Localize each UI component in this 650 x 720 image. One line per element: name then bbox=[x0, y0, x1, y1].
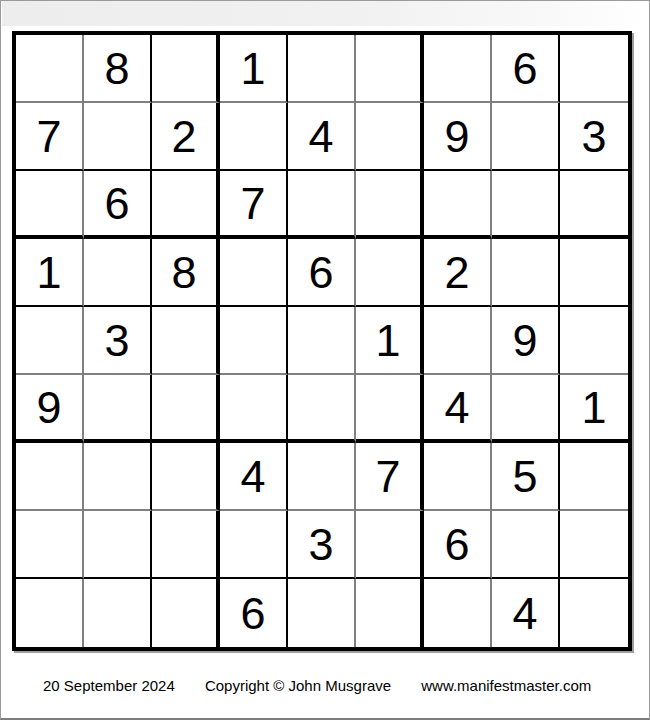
sudoku-board: 816724936718623199414753664 bbox=[12, 31, 632, 651]
cell-r3c5 bbox=[288, 171, 356, 239]
cell-r3c9 bbox=[560, 171, 628, 239]
cell-r9c1 bbox=[16, 579, 84, 647]
cell-r2c4 bbox=[220, 103, 288, 171]
cell-r3c7 bbox=[424, 171, 492, 239]
cell-r9c5 bbox=[288, 579, 356, 647]
cell-r4c6 bbox=[356, 239, 424, 307]
cell-r5c3 bbox=[152, 307, 220, 375]
cell-r8c9 bbox=[560, 511, 628, 579]
cell-r5c1 bbox=[16, 307, 84, 375]
cell-r4c1: 1 bbox=[16, 239, 84, 307]
cell-r3c3 bbox=[152, 171, 220, 239]
cell-r8c2 bbox=[84, 511, 152, 579]
cell-r3c1 bbox=[16, 171, 84, 239]
cell-r9c2 bbox=[84, 579, 152, 647]
cell-r4c9 bbox=[560, 239, 628, 307]
cell-r4c3: 8 bbox=[152, 239, 220, 307]
cell-r9c8: 4 bbox=[492, 579, 560, 647]
cell-r3c4: 7 bbox=[220, 171, 288, 239]
footer-copyright: Copyright © John Musgrave bbox=[205, 677, 391, 694]
footer-website: www.manifestmaster.com bbox=[421, 677, 591, 694]
top-strip bbox=[2, 1, 648, 26]
cell-r7c6: 7 bbox=[356, 443, 424, 511]
cell-r2c9: 3 bbox=[560, 103, 628, 171]
cell-r1c2: 8 bbox=[84, 35, 152, 103]
cell-r6c4 bbox=[220, 375, 288, 443]
cell-r8c5: 3 bbox=[288, 511, 356, 579]
cell-r9c6 bbox=[356, 579, 424, 647]
puzzle-page: 816724936718623199414753664 20 September… bbox=[0, 0, 650, 720]
footer: 20 September 2024 Copyright © John Musgr… bbox=[43, 677, 591, 694]
cell-r9c4: 6 bbox=[220, 579, 288, 647]
cell-r5c9 bbox=[560, 307, 628, 375]
cell-r6c9: 1 bbox=[560, 375, 628, 443]
cell-r5c6: 1 bbox=[356, 307, 424, 375]
cell-r5c8: 9 bbox=[492, 307, 560, 375]
cell-r8c6 bbox=[356, 511, 424, 579]
cell-r9c7 bbox=[424, 579, 492, 647]
cell-r2c2 bbox=[84, 103, 152, 171]
cell-r5c5 bbox=[288, 307, 356, 375]
cell-r4c2 bbox=[84, 239, 152, 307]
cell-r7c7 bbox=[424, 443, 492, 511]
cell-r7c8: 5 bbox=[492, 443, 560, 511]
cell-r1c5 bbox=[288, 35, 356, 103]
cell-r8c4 bbox=[220, 511, 288, 579]
cell-r3c8 bbox=[492, 171, 560, 239]
cell-r5c7 bbox=[424, 307, 492, 375]
cell-r6c3 bbox=[152, 375, 220, 443]
cell-r6c7: 4 bbox=[424, 375, 492, 443]
cell-r5c2: 3 bbox=[84, 307, 152, 375]
cell-r7c9 bbox=[560, 443, 628, 511]
cell-r1c6 bbox=[356, 35, 424, 103]
cell-r2c7: 9 bbox=[424, 103, 492, 171]
cell-r4c5: 6 bbox=[288, 239, 356, 307]
cell-r7c2 bbox=[84, 443, 152, 511]
cell-r8c8 bbox=[492, 511, 560, 579]
cell-r2c3: 2 bbox=[152, 103, 220, 171]
cell-r4c7: 2 bbox=[424, 239, 492, 307]
cell-r2c6 bbox=[356, 103, 424, 171]
cell-r7c5 bbox=[288, 443, 356, 511]
cell-r3c6 bbox=[356, 171, 424, 239]
cell-r1c4: 1 bbox=[220, 35, 288, 103]
cell-r5c4 bbox=[220, 307, 288, 375]
cell-r2c8 bbox=[492, 103, 560, 171]
cell-r1c3 bbox=[152, 35, 220, 103]
cell-r6c8 bbox=[492, 375, 560, 443]
cell-r2c5: 4 bbox=[288, 103, 356, 171]
cell-r8c3 bbox=[152, 511, 220, 579]
cell-r1c8: 6 bbox=[492, 35, 560, 103]
cell-r1c1 bbox=[16, 35, 84, 103]
footer-date: 20 September 2024 bbox=[43, 677, 175, 694]
cell-r4c4 bbox=[220, 239, 288, 307]
cell-r7c4: 4 bbox=[220, 443, 288, 511]
cell-r8c1 bbox=[16, 511, 84, 579]
cell-r7c1 bbox=[16, 443, 84, 511]
cell-r6c2 bbox=[84, 375, 152, 443]
cell-r6c6 bbox=[356, 375, 424, 443]
cell-r6c5 bbox=[288, 375, 356, 443]
cell-r9c3 bbox=[152, 579, 220, 647]
cell-r7c3 bbox=[152, 443, 220, 511]
cell-r2c1: 7 bbox=[16, 103, 84, 171]
cell-r8c7: 6 bbox=[424, 511, 492, 579]
cell-r6c1: 9 bbox=[16, 375, 84, 443]
cell-r1c9 bbox=[560, 35, 628, 103]
cell-r1c7 bbox=[424, 35, 492, 103]
cell-r9c9 bbox=[560, 579, 628, 647]
cell-r3c2: 6 bbox=[84, 171, 152, 239]
cell-r4c8 bbox=[492, 239, 560, 307]
